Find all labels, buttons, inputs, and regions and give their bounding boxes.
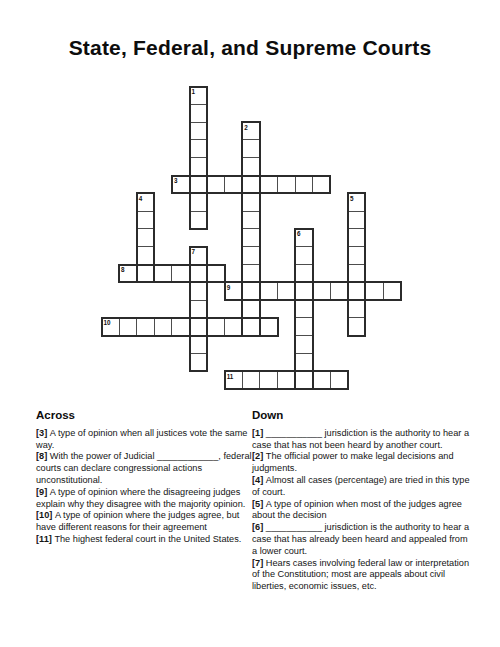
- clue-text: ___________ jurisdiction is the authorit…: [252, 522, 469, 556]
- grid-cell-r12c14[interactable]: [347, 300, 366, 319]
- grid-cell-r13c6[interactable]: [207, 317, 226, 336]
- clues-across-section: Across [3] A type of opinion when all ju…: [36, 410, 252, 546]
- grid-cell-r16c10[interactable]: [277, 371, 296, 390]
- grid-cell-r10c5[interactable]: [189, 264, 208, 283]
- grid-cell-r13c5[interactable]: [189, 317, 208, 336]
- grid-cell-r5c12[interactable]: [312, 175, 331, 194]
- grid-cell-r2c8[interactable]: [242, 122, 261, 141]
- grid-cell-r11c8[interactable]: [242, 282, 261, 301]
- grid-cell-r5c6[interactable]: [207, 175, 226, 194]
- page-title: State, Federal, and Supreme Courts: [0, 36, 500, 60]
- crossword-grid: 1234567891011: [101, 86, 401, 389]
- clue-number: [2]: [252, 451, 266, 461]
- clue-across-3: [3] A type of opinion when all justices …: [36, 428, 252, 452]
- clues-down-section: Down [1] ___________ jurisdiction is the…: [252, 410, 470, 593]
- grid-cell-r10c4[interactable]: [171, 264, 190, 283]
- clue-text: The highest federal court in the United …: [54, 534, 241, 544]
- grid-cell-r11c15[interactable]: [365, 282, 384, 301]
- grid-cell-r0c5[interactable]: [189, 86, 208, 105]
- clue-text: A type of opinion where the judges agree…: [36, 510, 239, 532]
- grid-cell-r7c2[interactable]: [136, 211, 155, 230]
- grid-cell-r11c5[interactable]: [189, 282, 208, 301]
- clue-text: A type of opinion when all justices vote…: [36, 428, 247, 450]
- clue-text: ___________ jurisdiction is the authorit…: [252, 428, 469, 450]
- grid-cell-r6c5[interactable]: [189, 193, 208, 212]
- down-clue-list: [1] ___________ jurisdiction is the auth…: [252, 428, 470, 593]
- grid-cell-r11c12[interactable]: [312, 282, 331, 301]
- grid-cell-r5c10[interactable]: [277, 175, 296, 194]
- grid-cell-r5c4[interactable]: [171, 175, 190, 194]
- clue-down-5: [5] A type of opinion when most of the j…: [252, 499, 470, 523]
- clue-text: With the power of Judicial ____________,…: [36, 451, 252, 485]
- clue-number: [8]: [36, 451, 50, 461]
- grid-cell-r6c14[interactable]: [347, 193, 366, 212]
- clue-number: [7]: [252, 558, 266, 568]
- grid-cell-r12c8[interactable]: [242, 300, 261, 319]
- grid-cell-r10c14[interactable]: [347, 264, 366, 283]
- clue-text: A type of opinion where the disagreeing …: [36, 487, 245, 509]
- grid-cell-r16c13[interactable]: [330, 371, 349, 390]
- grid-cell-r16c11[interactable]: [295, 371, 314, 390]
- grid-cell-r7c14[interactable]: [347, 211, 366, 230]
- grid-cell-r14c5[interactable]: [189, 335, 208, 354]
- grid-cell-r8c8[interactable]: [242, 228, 261, 247]
- grid-cell-r5c7[interactable]: [224, 175, 243, 194]
- grid-cell-r13c7[interactable]: [224, 317, 243, 336]
- grid-cell-r4c8[interactable]: [242, 157, 261, 176]
- grid-cell-r11c14[interactable]: [347, 282, 366, 301]
- clue-down-4: [4] Almost all cases (percentage) are tr…: [252, 475, 470, 499]
- clue-number: [4]: [252, 475, 266, 485]
- grid-cell-r13c2[interactable]: [136, 317, 155, 336]
- clue-text: Almost all cases (percentage) are tried …: [252, 475, 470, 497]
- grid-cell-r11c7[interactable]: [224, 282, 243, 301]
- grid-cell-r15c11[interactable]: [295, 353, 314, 372]
- clue-across-10: [10] A type of opinion where the judges …: [36, 510, 252, 534]
- grid-cell-r1c5[interactable]: [189, 104, 208, 123]
- grid-cell-r13c4[interactable]: [171, 317, 190, 336]
- clue-text: A type of opinion when most of the judge…: [252, 499, 462, 521]
- grid-cell-r7c8[interactable]: [242, 211, 261, 230]
- grid-cell-r8c11[interactable]: [295, 228, 314, 247]
- clue-across-8: [8] With the power of Judicial _________…: [36, 451, 252, 486]
- grid-cell-r5c5[interactable]: [189, 175, 208, 194]
- grid-cell-r11c9[interactable]: [259, 282, 278, 301]
- grid-cell-r13c1[interactable]: [119, 317, 138, 336]
- clue-down-2: [2] The official power to make legal dec…: [252, 451, 470, 475]
- grid-cell-r10c1[interactable]: [119, 264, 138, 283]
- grid-cell-r8c14[interactable]: [347, 228, 366, 247]
- grid-cell-r9c2[interactable]: [136, 246, 155, 265]
- clue-number: [3]: [36, 428, 50, 438]
- grid-cell-r5c11[interactable]: [295, 175, 314, 194]
- grid-cell-r11c11[interactable]: [295, 282, 314, 301]
- grid-cell-r13c8[interactable]: [242, 317, 261, 336]
- grid-cell-r12c5[interactable]: [189, 300, 208, 319]
- clue-number: [1]: [252, 428, 266, 438]
- down-header: Down: [252, 410, 470, 422]
- across-clue-list: [3] A type of opinion when all justices …: [36, 428, 252, 546]
- clue-number: [11]: [36, 534, 54, 544]
- grid-cell-r7c5[interactable]: [189, 211, 208, 230]
- grid-cell-r13c14[interactable]: [347, 317, 366, 336]
- grid-cell-r9c14[interactable]: [347, 246, 366, 265]
- grid-cell-r15c5[interactable]: [189, 353, 208, 372]
- clue-across-9: [9] A type of opinion where the disagree…: [36, 487, 252, 511]
- grid-cell-r10c11[interactable]: [295, 264, 314, 283]
- grid-cell-r11c16[interactable]: [383, 282, 402, 301]
- grid-cell-r3c8[interactable]: [242, 139, 261, 158]
- grid-cell-r11c13[interactable]: [330, 282, 349, 301]
- clue-number: [5]: [252, 499, 266, 509]
- clue-down-7: [7] Hears cases involving federal law or…: [252, 558, 470, 593]
- grid-cell-r10c6[interactable]: [207, 264, 226, 283]
- grid-cell-r5c9[interactable]: [259, 175, 278, 194]
- grid-cell-r9c8[interactable]: [242, 246, 261, 265]
- grid-cell-r13c3[interactable]: [154, 317, 173, 336]
- clue-across-11: [11] The highest federal court in the Un…: [36, 534, 252, 546]
- grid-cell-r12c11[interactable]: [295, 300, 314, 319]
- grid-cell-r13c9[interactable]: [259, 317, 278, 336]
- across-header: Across: [36, 410, 252, 422]
- grid-cell-r2c5[interactable]: [189, 122, 208, 141]
- grid-cell-r13c11[interactable]: [295, 317, 314, 336]
- grid-cell-r5c8[interactable]: [242, 175, 261, 194]
- grid-cell-r9c5[interactable]: [189, 246, 208, 265]
- grid-cell-r16c8[interactable]: [242, 371, 261, 390]
- grid-cell-r16c7[interactable]: [224, 371, 243, 390]
- clue-number: [6]: [252, 522, 266, 532]
- grid-cell-r16c9[interactable]: [259, 371, 278, 390]
- clue-down-1: [1] ___________ jurisdiction is the auth…: [252, 428, 470, 452]
- grid-cell-r11c10[interactable]: [277, 282, 296, 301]
- grid-cell-r6c8[interactable]: [242, 193, 261, 212]
- grid-cell-r4c5[interactable]: [189, 157, 208, 176]
- grid-cell-r16c12[interactable]: [312, 371, 331, 390]
- grid-cell-r9c11[interactable]: [295, 246, 314, 265]
- clue-text: Hears cases involving federal law or int…: [252, 558, 469, 592]
- grid-cell-r3c5[interactable]: [189, 139, 208, 158]
- clue-number: [10]: [36, 510, 55, 520]
- clue-text: The official power to make legal decisio…: [252, 451, 454, 473]
- grid-cell-r10c8[interactable]: [242, 264, 261, 283]
- grid-cell-r14c11[interactable]: [295, 335, 314, 354]
- grid-cell-r10c3[interactable]: [154, 264, 173, 283]
- clue-down-6: [6] ___________ jurisdiction is the auth…: [252, 522, 470, 557]
- clue-number: [9]: [36, 487, 50, 497]
- grid-cell-r6c2[interactable]: [136, 193, 155, 212]
- grid-cell-r8c2[interactable]: [136, 228, 155, 247]
- grid-cell-r10c2[interactable]: [136, 264, 155, 283]
- grid-cell-r13c0[interactable]: [101, 317, 120, 336]
